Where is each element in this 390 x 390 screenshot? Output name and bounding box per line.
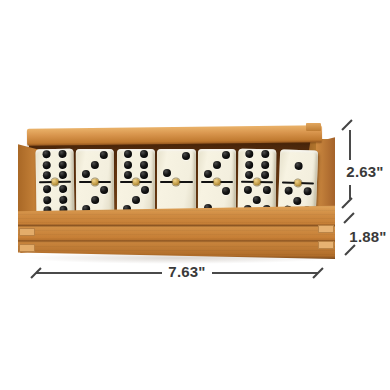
width-dimension-line: [212, 272, 318, 274]
domino-half-top: [279, 149, 319, 181]
domino-divider: [120, 181, 152, 183]
width-dimension-label: 7.63": [160, 263, 214, 280]
pip: [132, 196, 140, 204]
dimension-tick: [341, 119, 352, 130]
domino-divider: [160, 181, 192, 183]
pip: [262, 161, 270, 169]
pip: [59, 195, 67, 203]
pip: [59, 171, 67, 179]
pip: [59, 150, 67, 158]
domino-tile: [76, 149, 115, 215]
domino-divider: [241, 181, 273, 183]
depth-dimension-label: 1.88": [343, 228, 390, 245]
pip: [293, 196, 301, 204]
height-dimension-label: 2.63": [340, 163, 390, 180]
domino-half-top: [238, 149, 277, 180]
pip: [222, 151, 230, 159]
pip: [245, 171, 253, 179]
domino-tile: [238, 149, 277, 215]
pip: [59, 185, 67, 193]
pip: [261, 171, 269, 179]
pip: [182, 152, 190, 160]
pip: [244, 186, 252, 194]
pip: [124, 161, 132, 169]
pip: [245, 160, 253, 168]
pip: [163, 169, 171, 177]
dimension-tick: [344, 244, 355, 255]
domino-tile: [198, 149, 236, 215]
pip: [43, 196, 51, 204]
pip: [204, 170, 212, 178]
pip: [294, 161, 302, 169]
pip: [124, 171, 132, 179]
product-photo: 7.63" 2.63" 1.88": [0, 0, 390, 390]
pip: [43, 161, 51, 169]
pip: [43, 185, 51, 193]
pip: [140, 171, 148, 179]
pip: [222, 187, 230, 195]
wood-grain: [18, 204, 335, 259]
box-lid-groove-notch: [306, 123, 321, 131]
domino-tile: [35, 149, 74, 216]
dovetail-joint: [318, 225, 334, 233]
dovetail-joint: [19, 244, 35, 252]
pip: [140, 161, 148, 169]
dimension-tick: [343, 212, 354, 223]
pip: [91, 160, 99, 168]
domino-tile: [157, 149, 195, 215]
pip: [140, 150, 148, 158]
domino-row: [36, 149, 317, 215]
box-back-top-rail: [27, 125, 322, 146]
domino-divider: [79, 181, 111, 183]
pip: [141, 186, 149, 194]
domino-half-top: [117, 149, 155, 180]
pip: [284, 187, 292, 195]
domino-tile: [117, 149, 155, 215]
domino-half-top: [157, 149, 195, 180]
box-front-wall: [18, 204, 335, 259]
pip: [92, 195, 100, 203]
domino-half-top: [35, 149, 74, 181]
height-dimension-line: [349, 130, 351, 160]
domino-half-top: [198, 149, 236, 180]
pip: [59, 160, 67, 168]
dovetail-joint: [318, 241, 334, 249]
dimension-tick: [341, 197, 352, 208]
pip: [43, 150, 51, 158]
domino-divider: [201, 181, 233, 183]
pip: [101, 151, 109, 159]
pip: [124, 150, 132, 158]
pip: [253, 195, 261, 203]
dovetail-joint: [19, 228, 35, 236]
pip: [262, 150, 270, 158]
width-dimension-line: [36, 272, 162, 274]
domino-half-top: [76, 149, 115, 180]
pip: [101, 186, 109, 194]
pip: [43, 171, 51, 179]
pip: [303, 187, 311, 195]
pip: [246, 150, 254, 158]
pip: [213, 161, 221, 169]
pip: [82, 170, 90, 178]
pip: [263, 186, 271, 194]
